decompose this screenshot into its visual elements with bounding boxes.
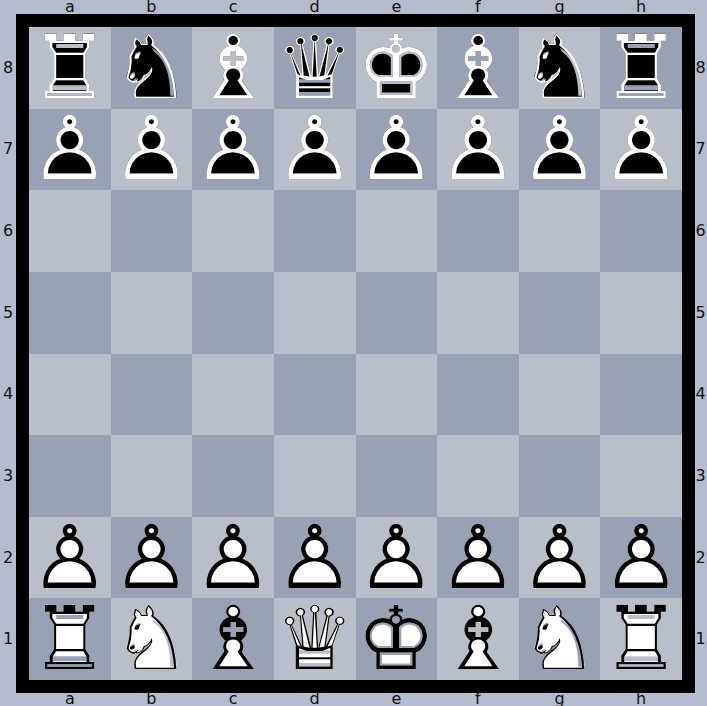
piece-linework: ♙ (274, 517, 356, 599)
square-g7[interactable]: ♟♙ (519, 109, 601, 191)
file-label-a: a (29, 692, 111, 706)
piece-linework: ♙ (29, 517, 111, 599)
square-b1[interactable]: ♞♘ (111, 598, 193, 680)
file-label-d: d (274, 0, 356, 14)
piece-white-queen[interactable]: ♛♕ (274, 598, 356, 680)
square-c6[interactable] (192, 190, 274, 272)
rank-label-1: 1 (694, 598, 707, 680)
square-e5[interactable] (356, 272, 438, 354)
rank-label-4: 4 (0, 354, 16, 436)
square-e4[interactable] (356, 354, 438, 436)
piece-linework: ♙ (274, 109, 356, 191)
square-b5[interactable] (111, 272, 193, 354)
piece-linework: ♖ (600, 598, 682, 680)
piece-black-pawn[interactable]: ♟♙ (437, 109, 519, 191)
rank-label-5: 5 (0, 272, 16, 354)
square-g4[interactable] (519, 354, 601, 436)
square-c3[interactable] (192, 435, 274, 517)
square-a6[interactable] (29, 190, 111, 272)
piece-black-pawn[interactable]: ♟♙ (519, 109, 601, 191)
square-e8[interactable]: ♚♔ (356, 27, 438, 109)
piece-black-queen[interactable]: ♛♕ (274, 27, 356, 109)
square-b3[interactable] (111, 435, 193, 517)
piece-black-pawn[interactable]: ♟♙ (111, 109, 193, 191)
piece-white-rook[interactable]: ♜♖ (600, 598, 682, 680)
rank-label-4: 4 (694, 354, 707, 436)
piece-black-knight[interactable]: ♞♘ (519, 27, 601, 109)
rank-label-5: 5 (694, 272, 707, 354)
square-a4[interactable] (29, 354, 111, 436)
rank-label-6: 6 (0, 190, 16, 272)
square-f1[interactable]: ♝♗ (437, 598, 519, 680)
piece-linework: ♙ (437, 517, 519, 599)
chess-board: ♜♖♞♘♝♗♛♕♚♔♝♗♞♘♜♖♟♙♟♙♟♙♟♙♟♙♟♙♟♙♟♙♟♙♟♙♟♙♟♙… (29, 27, 682, 680)
square-g2[interactable]: ♟♙ (519, 517, 601, 599)
rank-label-8: 8 (0, 27, 16, 109)
rank-label-1: 1 (0, 598, 16, 680)
piece-black-pawn[interactable]: ♟♙ (274, 109, 356, 191)
piece-white-rook[interactable]: ♜♖ (29, 598, 111, 680)
square-e3[interactable] (356, 435, 438, 517)
file-label-g: g (519, 0, 601, 14)
rank-label-2: 2 (694, 517, 707, 599)
file-label-a: a (29, 0, 111, 14)
piece-linework: ♙ (600, 517, 682, 599)
piece-black-bishop[interactable]: ♝♗ (192, 27, 274, 109)
square-d2[interactable]: ♟♙ (274, 517, 356, 599)
board-frame: ♜♖♞♘♝♗♛♕♚♔♝♗♞♘♜♖♟♙♟♙♟♙♟♙♟♙♟♙♟♙♟♙♟♙♟♙♟♙♟♙… (16, 14, 695, 693)
piece-linework: ♕ (274, 27, 356, 109)
square-h3[interactable] (600, 435, 682, 517)
square-h7[interactable]: ♟♙ (600, 109, 682, 191)
square-c5[interactable] (192, 272, 274, 354)
piece-white-pawn[interactable]: ♟♙ (437, 517, 519, 599)
piece-linework: ♙ (192, 109, 274, 191)
piece-linework: ♗ (437, 598, 519, 680)
piece-linework: ♘ (111, 598, 193, 680)
rank-label-3: 3 (0, 435, 16, 517)
piece-linework: ♙ (356, 109, 438, 191)
square-a8[interactable]: ♜♖ (29, 27, 111, 109)
file-label-f: f (437, 692, 519, 706)
square-f8[interactable]: ♝♗ (437, 27, 519, 109)
rank-label-2: 2 (0, 517, 16, 599)
square-a2[interactable]: ♟♙ (29, 517, 111, 599)
square-d3[interactable] (274, 435, 356, 517)
square-c2[interactable]: ♟♙ (192, 517, 274, 599)
file-label-f: f (437, 0, 519, 14)
square-a5[interactable] (29, 272, 111, 354)
square-b2[interactable]: ♟♙ (111, 517, 193, 599)
piece-linework: ♘ (519, 27, 601, 109)
square-d8[interactable]: ♛♕ (274, 27, 356, 109)
piece-linework: ♙ (437, 109, 519, 191)
chess-board-screen: a b c d e f g h 8 7 6 5 4 3 2 1 ♜♖♞♘♝♗♛♕… (0, 0, 707, 706)
piece-black-pawn[interactable]: ♟♙ (600, 109, 682, 191)
piece-linework: ♗ (437, 27, 519, 109)
piece-white-knight[interactable]: ♞♘ (111, 598, 193, 680)
piece-white-knight[interactable]: ♞♘ (519, 598, 601, 680)
file-labels-top: a b c d e f g h (29, 0, 682, 14)
square-h8[interactable]: ♜♖ (600, 27, 682, 109)
piece-black-rook[interactable]: ♜♖ (29, 27, 111, 109)
rank-label-8: 8 (694, 27, 707, 109)
file-label-b: b (111, 0, 193, 14)
piece-linework: ♗ (192, 598, 274, 680)
file-labels-bottom: a b c d e f g h (29, 692, 682, 706)
file-label-e: e (356, 0, 438, 14)
square-a7[interactable]: ♟♙ (29, 109, 111, 191)
square-g6[interactable] (519, 190, 601, 272)
square-e2[interactable]: ♟♙ (356, 517, 438, 599)
square-e1[interactable]: ♚♔ (356, 598, 438, 680)
file-label-d: d (274, 692, 356, 706)
square-d1[interactable]: ♛♕ (274, 598, 356, 680)
piece-linework: ♔ (356, 27, 438, 109)
square-g5[interactable] (519, 272, 601, 354)
square-f2[interactable]: ♟♙ (437, 517, 519, 599)
square-d6[interactable] (274, 190, 356, 272)
square-e7[interactable]: ♟♙ (356, 109, 438, 191)
square-g1[interactable]: ♞♘ (519, 598, 601, 680)
square-e6[interactable] (356, 190, 438, 272)
piece-linework: ♘ (519, 598, 601, 680)
piece-white-pawn[interactable]: ♟♙ (519, 517, 601, 599)
piece-white-pawn[interactable]: ♟♙ (192, 517, 274, 599)
piece-white-pawn[interactable]: ♟♙ (274, 517, 356, 599)
square-f5[interactable] (437, 272, 519, 354)
square-h1[interactable]: ♜♖ (600, 598, 682, 680)
piece-linework: ♖ (29, 598, 111, 680)
piece-linework: ♙ (111, 517, 193, 599)
piece-linework: ♖ (29, 27, 111, 109)
rank-label-3: 3 (694, 435, 707, 517)
piece-black-pawn[interactable]: ♟♙ (192, 109, 274, 191)
piece-white-king[interactable]: ♚♔ (356, 598, 438, 680)
piece-linework: ♙ (192, 517, 274, 599)
square-h6[interactable] (600, 190, 682, 272)
square-c7[interactable]: ♟♙ (192, 109, 274, 191)
file-label-e: e (356, 692, 438, 706)
file-label-b: b (111, 692, 193, 706)
square-b4[interactable] (111, 354, 193, 436)
piece-linework: ♔ (356, 598, 438, 680)
square-c8[interactable]: ♝♗ (192, 27, 274, 109)
square-h5[interactable] (600, 272, 682, 354)
piece-linework: ♙ (111, 109, 193, 191)
piece-white-pawn[interactable]: ♟♙ (111, 517, 193, 599)
piece-linework: ♙ (356, 517, 438, 599)
piece-white-bishop[interactable]: ♝♗ (437, 598, 519, 680)
square-d7[interactable]: ♟♙ (274, 109, 356, 191)
piece-white-pawn[interactable]: ♟♙ (29, 517, 111, 599)
square-g8[interactable]: ♞♘ (519, 27, 601, 109)
square-a1[interactable]: ♜♖ (29, 598, 111, 680)
piece-linework: ♕ (274, 598, 356, 680)
piece-white-bishop[interactable]: ♝♗ (192, 598, 274, 680)
piece-linework: ♗ (192, 27, 274, 109)
piece-black-pawn[interactable]: ♟♙ (29, 109, 111, 191)
square-d5[interactable] (274, 272, 356, 354)
square-f4[interactable] (437, 354, 519, 436)
rank-label-7: 7 (0, 109, 16, 191)
piece-linework: ♖ (600, 27, 682, 109)
square-f7[interactable]: ♟♙ (437, 109, 519, 191)
square-h2[interactable]: ♟♙ (600, 517, 682, 599)
rank-label-7: 7 (694, 109, 707, 191)
file-label-h: h (600, 0, 682, 14)
square-d4[interactable] (274, 354, 356, 436)
square-f3[interactable] (437, 435, 519, 517)
piece-linework: ♘ (111, 27, 193, 109)
file-label-g: g (519, 692, 601, 706)
square-h4[interactable] (600, 354, 682, 436)
piece-linework: ♙ (29, 109, 111, 191)
piece-black-pawn[interactable]: ♟♙ (356, 109, 438, 191)
square-a3[interactable] (29, 435, 111, 517)
piece-linework: ♙ (519, 517, 601, 599)
square-f6[interactable] (437, 190, 519, 272)
rank-labels-left: 8 7 6 5 4 3 2 1 (0, 27, 16, 680)
file-label-c: c (192, 0, 274, 14)
piece-black-king[interactable]: ♚♔ (356, 27, 438, 109)
piece-white-pawn[interactable]: ♟♙ (356, 517, 438, 599)
file-label-c: c (192, 692, 274, 706)
square-b6[interactable] (111, 190, 193, 272)
square-g3[interactable] (519, 435, 601, 517)
piece-black-bishop[interactable]: ♝♗ (437, 27, 519, 109)
square-b7[interactable]: ♟♙ (111, 109, 193, 191)
piece-white-pawn[interactable]: ♟♙ (600, 517, 682, 599)
piece-black-knight[interactable]: ♞♘ (111, 27, 193, 109)
square-b8[interactable]: ♞♘ (111, 27, 193, 109)
file-label-h: h (600, 692, 682, 706)
piece-linework: ♙ (600, 109, 682, 191)
piece-linework: ♙ (519, 109, 601, 191)
piece-black-rook[interactable]: ♜♖ (600, 27, 682, 109)
square-c4[interactable] (192, 354, 274, 436)
rank-labels-right: 8 7 6 5 4 3 2 1 (694, 27, 707, 680)
square-c1[interactable]: ♝♗ (192, 598, 274, 680)
rank-label-6: 6 (694, 190, 707, 272)
